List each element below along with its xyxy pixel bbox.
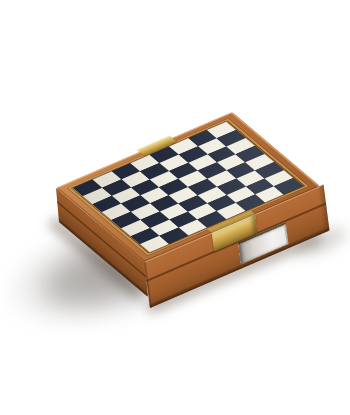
box-right-edge	[317, 184, 329, 233]
product-photo	[0, 0, 350, 415]
